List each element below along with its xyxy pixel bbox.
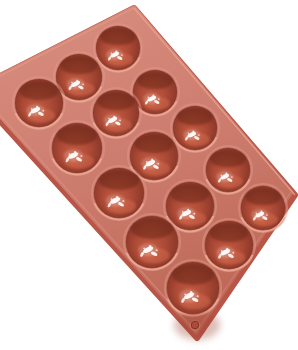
mold-cavity-r3c2 bbox=[50, 121, 104, 175]
cavity-specular-highlights bbox=[183, 129, 200, 141]
cavity-specular-highlights bbox=[64, 149, 83, 163]
cavity-specular-highlights bbox=[179, 289, 199, 303]
cavity-specular-highlights bbox=[26, 104, 44, 117]
cavity-specular-highlights bbox=[216, 246, 234, 259]
mold-cavity-r3c1 bbox=[13, 77, 65, 129]
cavity-specular-highlights bbox=[216, 171, 233, 183]
cavity-specular-highlights bbox=[106, 49, 123, 61]
cavity-specular-highlights bbox=[106, 194, 125, 208]
mold-cavity-r3c5 bbox=[165, 260, 221, 316]
cavity-specular-highlights bbox=[138, 243, 158, 257]
mold-cavity-r3c4 bbox=[124, 214, 180, 270]
cavity-specular-highlights bbox=[67, 78, 85, 91]
mold-cavity-r3c3 bbox=[92, 166, 146, 220]
cavity-specular-highlights bbox=[104, 114, 122, 127]
cavity-specular-highlights bbox=[141, 157, 159, 170]
mold-cavity-r1c4 bbox=[204, 146, 252, 194]
mold-photo-canvas bbox=[0, 0, 298, 350]
cavity-specular-highlights bbox=[251, 209, 268, 221]
mold-cavity-r2c5 bbox=[203, 219, 255, 271]
mold-cavity-r2c4 bbox=[164, 180, 216, 232]
hang-hole bbox=[191, 321, 199, 329]
cavity-specular-highlights bbox=[177, 207, 195, 220]
cavity-specular-highlights bbox=[143, 93, 160, 105]
product-photo bbox=[0, 0, 298, 350]
